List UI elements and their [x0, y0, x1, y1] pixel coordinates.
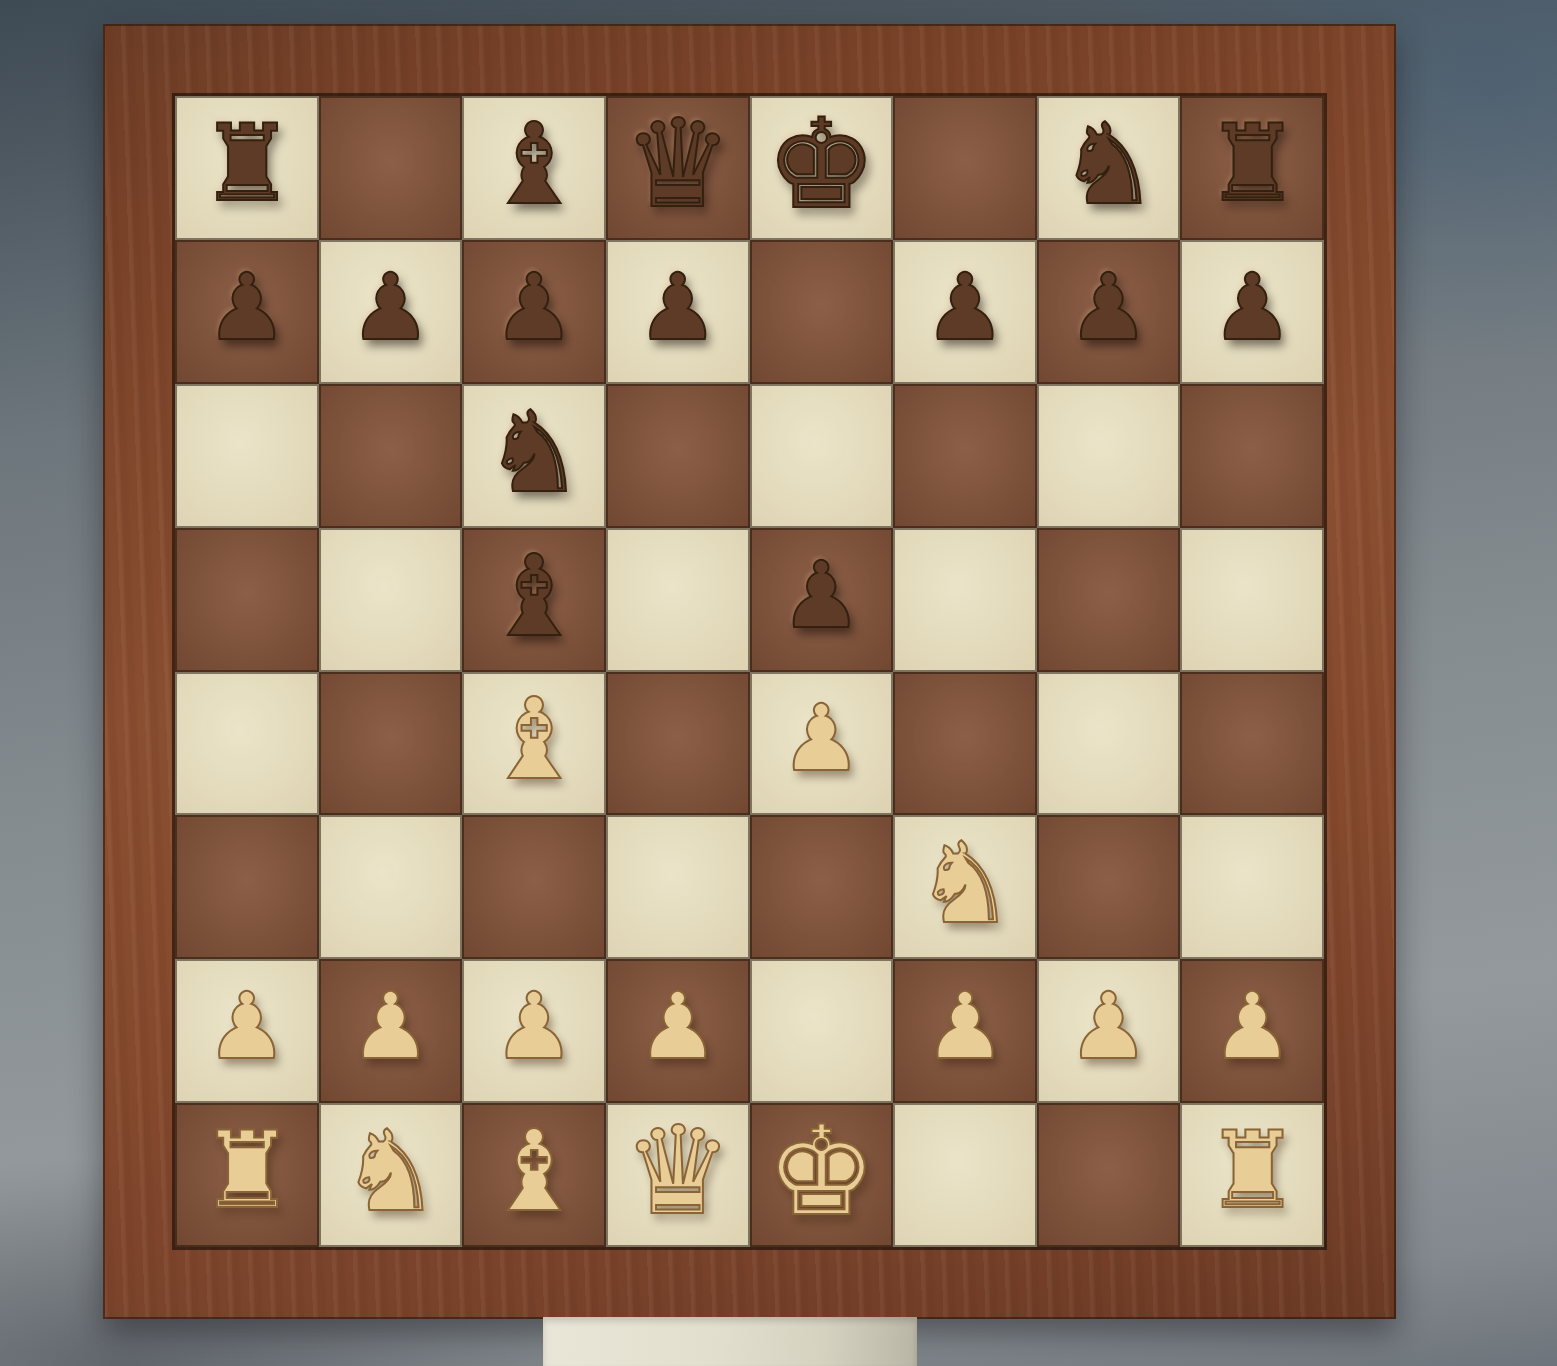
- square-e5: ♟: [750, 528, 894, 672]
- piece-white-rook-a1: ♜: [199, 1118, 294, 1224]
- square-e6: [750, 384, 894, 528]
- piece-black-queen-d8: ♛: [623, 103, 732, 225]
- square-d1: ♛: [606, 1103, 750, 1247]
- piece-white-bishop-c1: ♝: [484, 1115, 584, 1227]
- square-a7: ♟: [175, 240, 319, 384]
- square-g6: [1037, 384, 1181, 528]
- square-d2: ♟: [606, 959, 750, 1103]
- photo-scene: ♜♝♛♚♞♜♟♟♟♟♟♟♟♞♝♟♝♟♞♟♟♟♟♟♟♟♜♞♝♛♚♜: [0, 0, 1557, 1366]
- square-b3: [319, 815, 463, 959]
- square-h3: [1180, 815, 1324, 959]
- square-c2: ♟: [462, 959, 606, 1103]
- square-c7: ♟: [462, 240, 606, 384]
- piece-white-knight-f3: ♞: [915, 827, 1015, 939]
- square-a4: [175, 672, 319, 816]
- square-b8: [319, 96, 463, 240]
- piece-white-pawn-b2: ♟: [349, 981, 431, 1073]
- piece-black-pawn-f7: ♟: [924, 262, 1006, 354]
- square-d4: [606, 672, 750, 816]
- piece-black-bishop-c5: ♝: [484, 540, 584, 652]
- square-g5: [1037, 528, 1181, 672]
- chess-board: ♜♝♛♚♞♜♟♟♟♟♟♟♟♞♝♟♝♟♞♟♟♟♟♟♟♟♜♞♝♛♚♜: [103, 24, 1396, 1319]
- piece-black-pawn-e5: ♟: [780, 550, 862, 642]
- square-f7: ♟: [893, 240, 1037, 384]
- board-grid: ♜♝♛♚♞♜♟♟♟♟♟♟♟♞♝♟♝♟♞♟♟♟♟♟♟♟♜♞♝♛♚♜: [175, 96, 1324, 1247]
- square-f6: [893, 384, 1037, 528]
- square-g3: [1037, 815, 1181, 959]
- piece-black-pawn-h7: ♟: [1211, 262, 1293, 354]
- square-b2: ♟: [319, 959, 463, 1103]
- square-e4: ♟: [750, 672, 894, 816]
- square-f8: [893, 96, 1037, 240]
- square-a5: [175, 528, 319, 672]
- piece-white-rook-h1: ♜: [1205, 1118, 1300, 1224]
- square-e8: ♚: [750, 96, 894, 240]
- square-g4: [1037, 672, 1181, 816]
- square-d6: [606, 384, 750, 528]
- piece-black-pawn-b7: ♟: [349, 262, 431, 354]
- square-f3: ♞: [893, 815, 1037, 959]
- square-e1: ♚: [750, 1103, 894, 1247]
- square-f4: [893, 672, 1037, 816]
- square-c6: ♞: [462, 384, 606, 528]
- table-pedestal: [543, 1317, 917, 1366]
- square-h2: ♟: [1180, 959, 1324, 1103]
- square-b6: [319, 384, 463, 528]
- piece-black-rook-a8: ♜: [199, 111, 294, 217]
- square-c8: ♝: [462, 96, 606, 240]
- square-e2: [750, 959, 894, 1103]
- square-d5: [606, 528, 750, 672]
- square-f2: ♟: [893, 959, 1037, 1103]
- piece-white-king-e1: ♚: [766, 1109, 877, 1233]
- piece-white-pawn-h2: ♟: [1211, 981, 1293, 1073]
- piece-black-knight-c6: ♞: [484, 396, 584, 508]
- square-b5: [319, 528, 463, 672]
- square-g8: ♞: [1037, 96, 1181, 240]
- square-h7: ♟: [1180, 240, 1324, 384]
- square-b7: ♟: [319, 240, 463, 384]
- square-c4: ♝: [462, 672, 606, 816]
- piece-white-pawn-f2: ♟: [924, 981, 1006, 1073]
- square-h6: [1180, 384, 1324, 528]
- square-g1: [1037, 1103, 1181, 1247]
- piece-black-pawn-a7: ♟: [206, 262, 288, 354]
- square-a2: ♟: [175, 959, 319, 1103]
- square-h4: [1180, 672, 1324, 816]
- piece-black-knight-g8: ♞: [1058, 108, 1158, 220]
- square-f5: [893, 528, 1037, 672]
- piece-white-pawn-g2: ♟: [1067, 981, 1149, 1073]
- square-h5: [1180, 528, 1324, 672]
- square-e3: [750, 815, 894, 959]
- square-c3: [462, 815, 606, 959]
- square-g7: ♟: [1037, 240, 1181, 384]
- square-c5: ♝: [462, 528, 606, 672]
- square-d8: ♛: [606, 96, 750, 240]
- piece-white-pawn-c2: ♟: [493, 981, 575, 1073]
- piece-black-pawn-d7: ♟: [636, 262, 718, 354]
- piece-black-pawn-g7: ♟: [1067, 262, 1149, 354]
- square-d7: ♟: [606, 240, 750, 384]
- piece-white-pawn-a2: ♟: [206, 981, 288, 1073]
- square-d3: [606, 815, 750, 959]
- square-a8: ♜: [175, 96, 319, 240]
- square-f1: [893, 1103, 1037, 1247]
- piece-black-king-e8: ♚: [766, 102, 877, 226]
- piece-black-bishop-c8: ♝: [484, 108, 584, 220]
- square-a6: [175, 384, 319, 528]
- piece-white-pawn-e4: ♟: [780, 693, 862, 785]
- piece-white-queen-d1: ♛: [623, 1110, 732, 1232]
- square-g2: ♟: [1037, 959, 1181, 1103]
- piece-black-pawn-c7: ♟: [493, 262, 575, 354]
- square-c1: ♝: [462, 1103, 606, 1247]
- square-a1: ♜: [175, 1103, 319, 1247]
- square-h1: ♜: [1180, 1103, 1324, 1247]
- piece-white-pawn-d2: ♟: [636, 981, 718, 1073]
- square-h8: ♜: [1180, 96, 1324, 240]
- piece-white-bishop-c4: ♝: [484, 683, 584, 795]
- square-b4: [319, 672, 463, 816]
- piece-black-rook-h8: ♜: [1205, 111, 1300, 217]
- piece-white-knight-b1: ♞: [340, 1115, 440, 1227]
- square-b1: ♞: [319, 1103, 463, 1247]
- square-e7: [750, 240, 894, 384]
- square-a3: [175, 815, 319, 959]
